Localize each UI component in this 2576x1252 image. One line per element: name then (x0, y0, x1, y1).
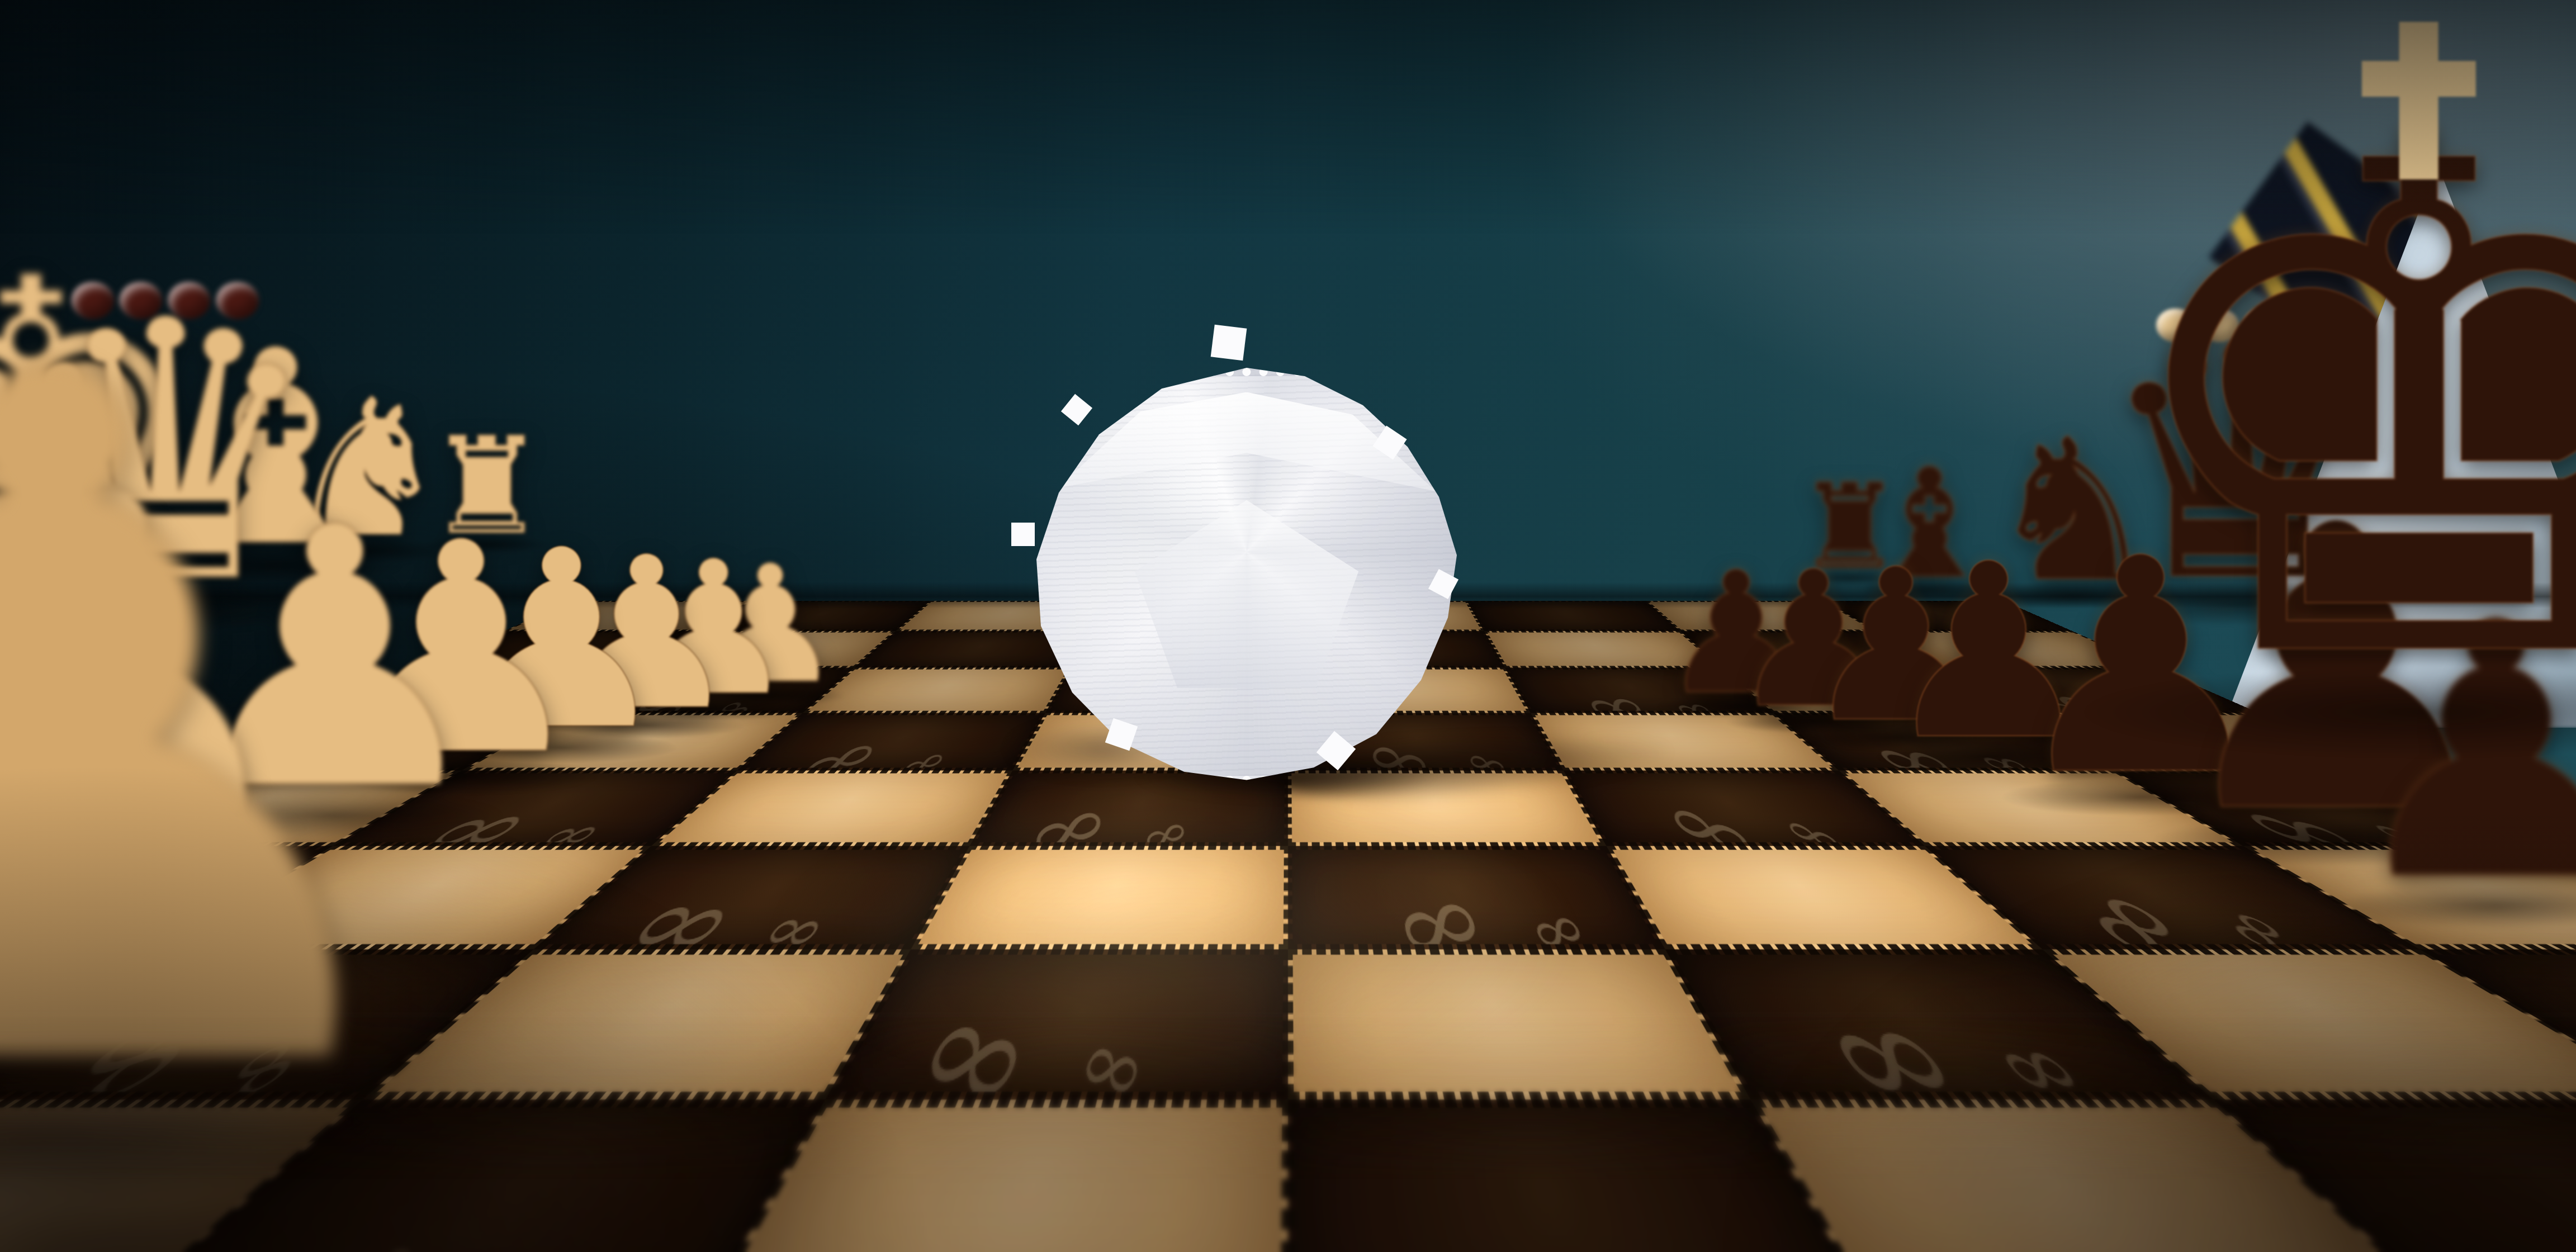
chess-photo-scene: ∞∞∞∞∞∞∞∞∞∞∞∞∞∞∞∞∞∞∞∞∞∞∞∞∞∞∞∞∞∞∞∞∞∞∞∞∞∞∞∞… (0, 0, 2576, 1252)
fractal-crust-bump (1211, 325, 1247, 361)
fractal-crust-bump (1011, 523, 1035, 546)
black-king: ♚ (2098, 43, 2576, 758)
white-piece-foreground: ♟ (0, 252, 477, 1202)
light-cross-finial (2362, 22, 2476, 179)
